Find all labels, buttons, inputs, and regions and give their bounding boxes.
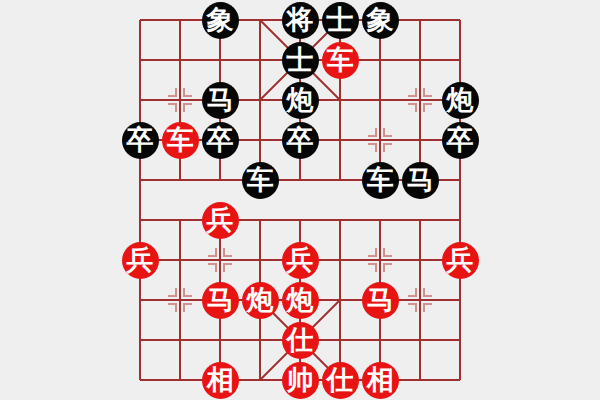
black-soldier[interactable]: 卒: [282, 122, 319, 159]
red-chariot[interactable]: 车: [162, 122, 199, 159]
red-soldier[interactable]: 兵: [202, 202, 239, 239]
black-soldier[interactable]: 卒: [122, 122, 159, 159]
black-general[interactable]: 将: [282, 2, 319, 39]
red-elephant[interactable]: 相: [202, 362, 239, 399]
black-elephant[interactable]: 象: [362, 2, 399, 39]
black-horse[interactable]: 马: [202, 82, 239, 119]
board-grid[interactable]: 象将士象士车马炮炮卒车卒卒卒车车马兵兵兵兵马炮炮马仕相帅仕相: [120, 0, 480, 400]
black-chariot[interactable]: 车: [242, 162, 279, 199]
red-general[interactable]: 帅: [282, 362, 319, 399]
red-elephant[interactable]: 相: [362, 362, 399, 399]
black-cannon[interactable]: 炮: [282, 82, 319, 119]
black-soldier[interactable]: 卒: [442, 122, 479, 159]
red-chariot[interactable]: 车: [322, 42, 359, 79]
red-soldier[interactable]: 兵: [122, 242, 159, 279]
red-cannon[interactable]: 炮: [242, 282, 279, 319]
black-advisor[interactable]: 士: [282, 42, 319, 79]
black-soldier[interactable]: 卒: [202, 122, 239, 159]
black-advisor[interactable]: 士: [322, 2, 359, 39]
xiangqi-app: 象将士象士车马炮炮卒车卒卒卒车车马兵兵兵兵马炮炮马仕相帅仕相: [0, 0, 600, 400]
red-advisor[interactable]: 仕: [282, 322, 319, 359]
red-horse[interactable]: 马: [362, 282, 399, 319]
red-cannon[interactable]: 炮: [282, 282, 319, 319]
black-elephant[interactable]: 象: [202, 2, 239, 39]
red-horse[interactable]: 马: [202, 282, 239, 319]
red-soldier[interactable]: 兵: [442, 242, 479, 279]
black-horse[interactable]: 马: [402, 162, 439, 199]
red-soldier[interactable]: 兵: [282, 242, 319, 279]
red-advisor[interactable]: 仕: [322, 362, 359, 399]
black-chariot[interactable]: 车: [362, 162, 399, 199]
black-cannon[interactable]: 炮: [442, 82, 479, 119]
